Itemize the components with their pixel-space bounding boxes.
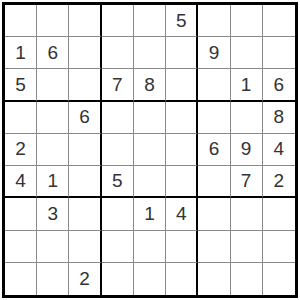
- cell-r5c3[interactable]: [69, 134, 101, 166]
- cell-r2c9[interactable]: [263, 37, 295, 69]
- cell-r9c1[interactable]: [5, 263, 37, 295]
- cell-r3c8[interactable]: 1: [231, 69, 263, 101]
- cell-r6c1[interactable]: 4: [5, 166, 37, 198]
- cell-r1c5[interactable]: [134, 5, 166, 37]
- cell-r3c4[interactable]: 7: [102, 69, 134, 101]
- cell-r8c3[interactable]: [69, 231, 101, 263]
- cell-r6c8[interactable]: 7: [231, 166, 263, 198]
- cell-r5c7[interactable]: 6: [198, 134, 230, 166]
- cell-r9c2[interactable]: [37, 263, 69, 295]
- cell-r1c8[interactable]: [231, 5, 263, 37]
- cell-r8c7[interactable]: [198, 231, 230, 263]
- cell-r4c9[interactable]: 8: [263, 102, 295, 134]
- cell-r5c8[interactable]: 9: [231, 134, 263, 166]
- cell-r7c5[interactable]: 1: [134, 198, 166, 230]
- cell-r9c6[interactable]: [166, 263, 198, 295]
- cell-r1c2[interactable]: [37, 5, 69, 37]
- cell-r8c9[interactable]: [263, 231, 295, 263]
- cell-r6c7[interactable]: [198, 166, 230, 198]
- cell-r9c8[interactable]: [231, 263, 263, 295]
- cell-r5c4[interactable]: [102, 134, 134, 166]
- cell-r2c4[interactable]: [102, 37, 134, 69]
- cell-r6c2[interactable]: 1: [37, 166, 69, 198]
- cell-r2c5[interactable]: [134, 37, 166, 69]
- cell-r4c7[interactable]: [198, 102, 230, 134]
- cell-r9c3[interactable]: 2: [69, 263, 101, 295]
- cell-r8c8[interactable]: [231, 231, 263, 263]
- cell-r3c2[interactable]: [37, 69, 69, 101]
- cell-r9c7[interactable]: [198, 263, 230, 295]
- cell-r2c1[interactable]: 1: [5, 37, 37, 69]
- cell-r5c9[interactable]: 4: [263, 134, 295, 166]
- cell-r6c5[interactable]: [134, 166, 166, 198]
- cell-r2c8[interactable]: [231, 37, 263, 69]
- cell-r7c4[interactable]: [102, 198, 134, 230]
- cell-r9c5[interactable]: [134, 263, 166, 295]
- cell-r5c1[interactable]: 2: [5, 134, 37, 166]
- cell-r3c1[interactable]: 5: [5, 69, 37, 101]
- cell-r1c7[interactable]: [198, 5, 230, 37]
- cell-r1c6[interactable]: 5: [166, 5, 198, 37]
- cell-r9c4[interactable]: [102, 263, 134, 295]
- sudoku-board: 516957816682694415723142: [2, 2, 298, 298]
- cell-r2c6[interactable]: [166, 37, 198, 69]
- cell-r8c6[interactable]: [166, 231, 198, 263]
- cell-r1c1[interactable]: [5, 5, 37, 37]
- cell-r4c4[interactable]: [102, 102, 134, 134]
- cell-r5c6[interactable]: [166, 134, 198, 166]
- cell-r8c1[interactable]: [5, 231, 37, 263]
- cell-r6c9[interactable]: 2: [263, 166, 295, 198]
- cell-r6c6[interactable]: [166, 166, 198, 198]
- cell-r3c7[interactable]: [198, 69, 230, 101]
- cell-r7c7[interactable]: [198, 198, 230, 230]
- cell-r9c9[interactable]: [263, 263, 295, 295]
- cell-r2c3[interactable]: [69, 37, 101, 69]
- cell-r4c5[interactable]: [134, 102, 166, 134]
- cell-r4c2[interactable]: [37, 102, 69, 134]
- cell-r3c3[interactable]: [69, 69, 101, 101]
- cell-r7c1[interactable]: [5, 198, 37, 230]
- cell-r8c4[interactable]: [102, 231, 134, 263]
- cell-r3c6[interactable]: [166, 69, 198, 101]
- cell-r1c3[interactable]: [69, 5, 101, 37]
- cell-r7c6[interactable]: 4: [166, 198, 198, 230]
- cell-r3c9[interactable]: 6: [263, 69, 295, 101]
- cell-r5c2[interactable]: [37, 134, 69, 166]
- cell-r1c9[interactable]: [263, 5, 295, 37]
- cell-r4c6[interactable]: [166, 102, 198, 134]
- cell-r2c2[interactable]: 6: [37, 37, 69, 69]
- cell-r6c4[interactable]: 5: [102, 166, 134, 198]
- cell-r7c3[interactable]: [69, 198, 101, 230]
- cell-r7c9[interactable]: [263, 198, 295, 230]
- sudoku-page: 516957816682694415723142: [0, 0, 300, 300]
- cell-r8c5[interactable]: [134, 231, 166, 263]
- cell-r5c5[interactable]: [134, 134, 166, 166]
- cell-r4c3[interactable]: 6: [69, 102, 101, 134]
- cell-r7c8[interactable]: [231, 198, 263, 230]
- cell-r8c2[interactable]: [37, 231, 69, 263]
- cell-r1c4[interactable]: [102, 5, 134, 37]
- cell-r4c8[interactable]: [231, 102, 263, 134]
- cell-r2c7[interactable]: 9: [198, 37, 230, 69]
- cell-r4c1[interactable]: [5, 102, 37, 134]
- cell-r6c3[interactable]: [69, 166, 101, 198]
- cell-r7c2[interactable]: 3: [37, 198, 69, 230]
- cell-r3c5[interactable]: 8: [134, 69, 166, 101]
